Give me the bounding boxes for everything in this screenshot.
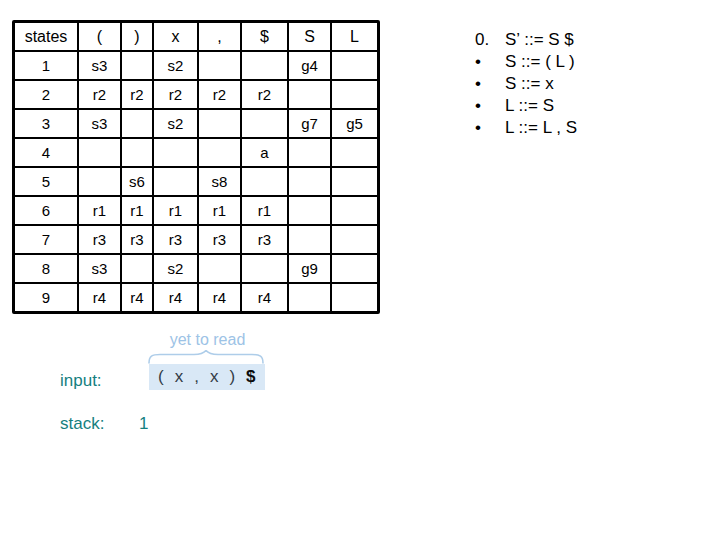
table-cell — [122, 139, 152, 166]
grammar-marker: • — [475, 74, 505, 94]
table-cell — [154, 139, 197, 166]
table-cell — [332, 52, 377, 79]
grammar-production: •L ::= L , S — [475, 118, 577, 140]
table-cell: s2 — [154, 110, 197, 137]
grammar-text: L ::= S — [505, 96, 554, 116]
table-cell: r2 — [199, 81, 240, 108]
table-cell — [122, 52, 152, 79]
table-cell — [199, 139, 240, 166]
state-label: 8 — [15, 255, 77, 282]
table-cell — [199, 255, 240, 282]
table-header-cell: , — [199, 23, 240, 50]
table-cell: r3 — [122, 226, 152, 253]
table-cell: r1 — [242, 197, 287, 224]
table-cell — [122, 110, 152, 137]
table-cell: r1 — [154, 197, 197, 224]
table-cell — [79, 139, 120, 166]
input-token: $ — [246, 368, 255, 385]
table-cell: r2 — [122, 81, 152, 108]
table-cell — [289, 197, 330, 224]
grammar-production: •S ::= ( L ) — [475, 52, 577, 74]
grammar-list: 0.S’ ::= S $•S ::= ( L )•S ::= x•L ::= S… — [475, 30, 577, 140]
grammar-marker: • — [475, 96, 505, 116]
table-cell — [332, 168, 377, 195]
table-cell: s3 — [79, 52, 120, 79]
table-cell — [199, 110, 240, 137]
table-cell: g4 — [289, 52, 330, 79]
table-cell — [332, 226, 377, 253]
over-brace-icon — [147, 350, 265, 364]
table-cell — [79, 168, 120, 195]
table-cell: r3 — [154, 226, 197, 253]
yet-to-read-label: yet to read — [145, 331, 270, 349]
table-cell: r3 — [199, 226, 240, 253]
table-cell: r2 — [154, 81, 197, 108]
table-cell — [332, 81, 377, 108]
table-cell: s6 — [122, 168, 152, 195]
input-tokens: (x,x)$ — [149, 364, 265, 390]
table-cell — [289, 168, 330, 195]
table-cell — [289, 284, 330, 311]
lecture-slide: states()x,$SL1s3s2g42r2r2r2r2r23s3s2g7g5… — [0, 0, 720, 540]
table-cell — [154, 168, 197, 195]
input-label: input: — [60, 371, 102, 391]
table-header-cell: ( — [79, 23, 120, 50]
table-cell — [242, 255, 287, 282]
grammar-text: L ::= L , S — [505, 118, 577, 138]
table-cell: r1 — [122, 197, 152, 224]
table-cell: g9 — [289, 255, 330, 282]
table-header-cell: x — [154, 23, 197, 50]
grammar-production: •L ::= S — [475, 96, 577, 118]
table-cell — [122, 255, 152, 282]
table-cell: r4 — [154, 284, 197, 311]
table-cell: s3 — [79, 110, 120, 137]
state-label: 3 — [15, 110, 77, 137]
grammar-text: S’ ::= S $ — [505, 30, 574, 50]
table-cell: r4 — [199, 284, 240, 311]
table-cell: g7 — [289, 110, 330, 137]
table-cell — [242, 168, 287, 195]
table-header-cell: L — [332, 23, 377, 50]
state-label: 5 — [15, 168, 77, 195]
state-label: 1 — [15, 52, 77, 79]
state-label: 6 — [15, 197, 77, 224]
table-cell — [289, 81, 330, 108]
table-header-cell: $ — [242, 23, 287, 50]
table-cell — [332, 197, 377, 224]
grammar-production: •S ::= x — [475, 74, 577, 96]
lr-parse-table: states()x,$SL1s3s2g42r2r2r2r2r23s3s2g7g5… — [12, 20, 380, 314]
table-cell: r2 — [79, 81, 120, 108]
table-cell — [289, 226, 330, 253]
table-cell: s8 — [199, 168, 240, 195]
input-token: ) — [229, 368, 235, 385]
table-cell: r1 — [199, 197, 240, 224]
stack-value: 1 — [139, 414, 148, 434]
table-cell: r3 — [242, 226, 287, 253]
state-label: 9 — [15, 284, 77, 311]
grammar-text: S ::= x — [505, 74, 554, 94]
input-token: , — [194, 368, 199, 385]
table-cell: r4 — [122, 284, 152, 311]
table-header-cell: states — [15, 23, 77, 50]
table-cell — [289, 139, 330, 166]
table-cell — [242, 52, 287, 79]
table-cell: r2 — [242, 81, 287, 108]
input-token: x — [175, 368, 184, 385]
state-label: 7 — [15, 226, 77, 253]
state-label: 4 — [15, 139, 77, 166]
grammar-production: 0.S’ ::= S $ — [475, 30, 577, 52]
table-cell — [332, 284, 377, 311]
table-cell — [242, 110, 287, 137]
state-label: 2 — [15, 81, 77, 108]
input-token: x — [210, 368, 219, 385]
table-cell: r3 — [79, 226, 120, 253]
table-header-cell: ) — [122, 23, 152, 50]
table-cell: s2 — [154, 52, 197, 79]
table-cell: s2 — [154, 255, 197, 282]
table-cell — [199, 52, 240, 79]
table-cell: r4 — [242, 284, 287, 311]
table-cell: r1 — [79, 197, 120, 224]
table-header-cell: S — [289, 23, 330, 50]
table-cell: a — [242, 139, 287, 166]
table-cell: s3 — [79, 255, 120, 282]
grammar-marker: • — [475, 118, 505, 138]
table-cell — [332, 139, 377, 166]
table-cell: r4 — [79, 284, 120, 311]
input-token: ( — [158, 368, 164, 385]
table-cell — [332, 255, 377, 282]
table-cell: g5 — [332, 110, 377, 137]
grammar-marker: • — [475, 52, 505, 72]
grammar-marker: 0. — [475, 30, 505, 50]
stack-label: stack: — [60, 414, 104, 434]
grammar-text: S ::= ( L ) — [505, 52, 575, 72]
